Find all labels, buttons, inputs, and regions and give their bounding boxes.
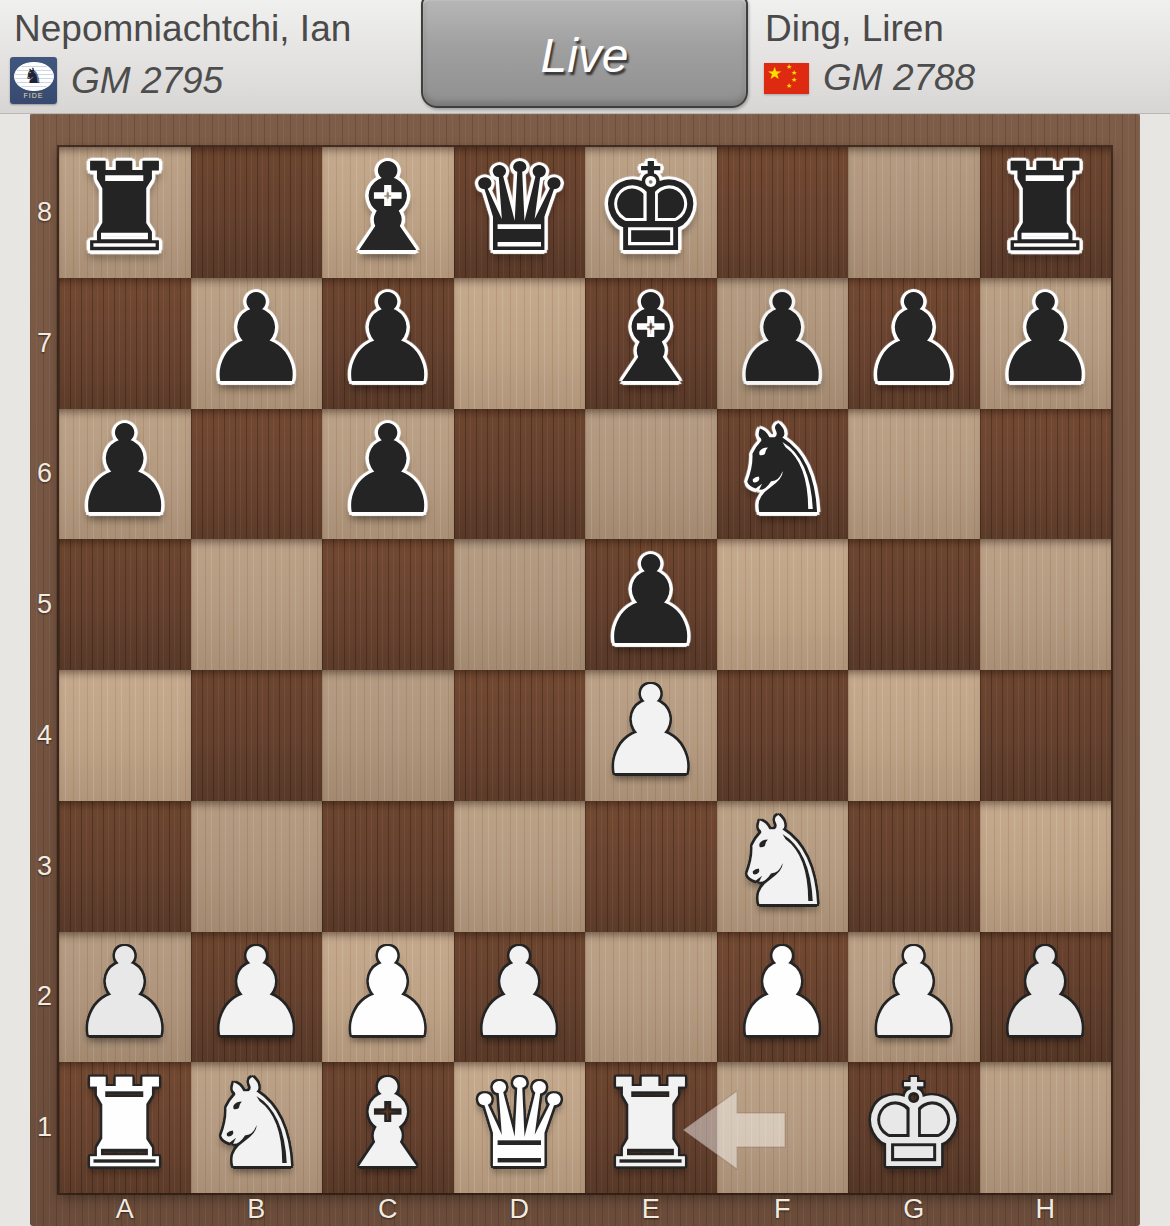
piece-black-rook[interactable]: ♜ [70, 147, 179, 269]
square-e6[interactable] [585, 409, 717, 540]
square-f2[interactable]: ♟ [717, 932, 849, 1063]
rank-label-2: 2 [30, 932, 59, 1063]
square-d1[interactable]: ♛ [454, 1062, 586, 1193]
player-black-name: Ding, Liren [765, 8, 944, 50]
fide-logo-icon: ♞ FIDE [10, 57, 57, 104]
square-a8[interactable]: ♜ [59, 147, 191, 278]
square-h4[interactable] [980, 670, 1112, 801]
square-e1[interactable]: ♜ [585, 1062, 717, 1193]
square-a7[interactable] [59, 278, 191, 409]
square-h5[interactable] [980, 539, 1112, 670]
square-c3[interactable] [322, 801, 454, 932]
square-d2[interactable]: ♟ [454, 932, 586, 1063]
square-h8[interactable]: ♜ [980, 147, 1112, 278]
square-a4[interactable] [59, 670, 191, 801]
file-label-C: C [322, 1193, 454, 1226]
flag-star-icon: ★ [767, 65, 782, 82]
square-f8[interactable] [717, 147, 849, 278]
rank-label-7: 7 [30, 278, 59, 409]
live-button-label: Live [540, 22, 628, 83]
square-b2[interactable]: ♟ [191, 932, 323, 1063]
file-label-H: H [980, 1193, 1112, 1226]
piece-white-rook[interactable]: ♜ [596, 1063, 705, 1185]
square-g3[interactable] [848, 801, 980, 932]
piece-white-pawn[interactable]: ♟ [70, 932, 179, 1054]
square-d4[interactable] [454, 670, 586, 801]
board-frame: ♜♝♛♚♜♟♟♝♟♟♟♟♟♞♟♟♞♟♟♟♟♟♟♟♜♞♝♛♜♚ 87654321A… [30, 113, 1140, 1226]
piece-black-queen[interactable]: ♛ [465, 147, 574, 269]
square-g4[interactable] [848, 670, 980, 801]
piece-white-king[interactable]: ♚ [859, 1063, 968, 1185]
square-f1[interactable] [717, 1062, 849, 1193]
square-g1[interactable]: ♚ [848, 1062, 980, 1193]
chess-board[interactable]: ♜♝♛♚♜♟♟♝♟♟♟♟♟♞♟♟♞♟♟♟♟♟♟♟♜♞♝♛♜♚ [59, 147, 1111, 1193]
piece-black-pawn[interactable]: ♟ [333, 278, 442, 400]
rank-label-6: 6 [30, 409, 59, 540]
file-label-B: B [191, 1193, 323, 1226]
square-b7[interactable]: ♟ [191, 278, 323, 409]
square-b5[interactable] [191, 539, 323, 670]
piece-white-bishop[interactable]: ♝ [333, 1063, 442, 1185]
square-b6[interactable] [191, 409, 323, 540]
square-f4[interactable] [717, 670, 849, 801]
file-label-A: A [59, 1193, 191, 1226]
square-e2[interactable] [585, 932, 717, 1063]
piece-white-queen[interactable]: ♛ [465, 1063, 574, 1185]
square-g2[interactable]: ♟ [848, 932, 980, 1063]
square-c6[interactable]: ♟ [322, 409, 454, 540]
piece-black-rook[interactable]: ♜ [991, 147, 1100, 269]
square-a5[interactable] [59, 539, 191, 670]
square-e4[interactable]: ♟ [585, 670, 717, 801]
piece-black-bishop[interactable]: ♝ [333, 147, 442, 269]
square-a1[interactable]: ♜ [59, 1062, 191, 1193]
piece-white-pawn[interactable]: ♟ [333, 932, 442, 1054]
piece-black-pawn[interactable]: ♟ [991, 278, 1100, 400]
square-d3[interactable] [454, 801, 586, 932]
square-b3[interactable] [191, 801, 323, 932]
piece-black-pawn[interactable]: ♟ [70, 409, 179, 531]
rank-label-1: 1 [30, 1062, 59, 1193]
square-a6[interactable]: ♟ [59, 409, 191, 540]
square-g5[interactable] [848, 539, 980, 670]
player-black-rating: GM 2788 [823, 57, 975, 99]
square-c1[interactable]: ♝ [322, 1062, 454, 1193]
rank-label-8: 8 [30, 147, 59, 278]
square-d7[interactable] [454, 278, 586, 409]
player-white-name: Nepomniachtchi, Ian [14, 8, 351, 50]
file-label-D: D [454, 1193, 586, 1226]
square-e7[interactable]: ♝ [585, 278, 717, 409]
square-h3[interactable] [980, 801, 1112, 932]
rank-label-5: 5 [30, 539, 59, 670]
piece-black-pawn[interactable]: ♟ [333, 409, 442, 531]
square-h7[interactable]: ♟ [980, 278, 1112, 409]
square-a3[interactable] [59, 801, 191, 932]
china-flag-icon: ★ ★ ★ ★ ★ [764, 63, 809, 94]
square-d5[interactable] [454, 539, 586, 670]
piece-black-pawn[interactable]: ♟ [596, 540, 705, 662]
piece-white-pawn[interactable]: ♟ [728, 932, 837, 1054]
square-d8[interactable]: ♛ [454, 147, 586, 278]
square-f6[interactable]: ♞ [717, 409, 849, 540]
square-c7[interactable]: ♟ [322, 278, 454, 409]
file-label-G: G [848, 1193, 980, 1226]
square-f5[interactable] [717, 539, 849, 670]
piece-white-pawn[interactable]: ♟ [991, 932, 1100, 1054]
square-b8[interactable] [191, 147, 323, 278]
square-d6[interactable] [454, 409, 586, 540]
fide-knight-icon: ♞ [24, 66, 43, 87]
square-c4[interactable] [322, 670, 454, 801]
piece-white-rook[interactable]: ♜ [70, 1063, 179, 1185]
piece-black-knight[interactable]: ♞ [728, 409, 837, 531]
piece-white-pawn[interactable]: ♟ [596, 670, 705, 792]
square-g6[interactable] [848, 409, 980, 540]
piece-black-pawn[interactable]: ♟ [202, 278, 311, 400]
square-e8[interactable]: ♚ [585, 147, 717, 278]
piece-black-pawn[interactable]: ♟ [859, 278, 968, 400]
piece-white-pawn[interactable]: ♟ [465, 932, 574, 1054]
square-f7[interactable]: ♟ [717, 278, 849, 409]
piece-black-pawn[interactable]: ♟ [728, 278, 837, 400]
piece-white-pawn[interactable]: ♟ [859, 932, 968, 1054]
board-area: ♜♝♛♚♜♟♟♝♟♟♟♟♟♞♟♟♞♟♟♟♟♟♟♟♜♞♝♛♜♚ 87654321A… [0, 113, 1170, 1226]
rank-label-4: 4 [30, 670, 59, 801]
square-f3[interactable]: ♞ [717, 801, 849, 932]
square-h2[interactable]: ♟ [980, 932, 1112, 1063]
square-h1[interactable] [980, 1062, 1112, 1193]
player-white-details: ♞ FIDE GM 2795 [10, 57, 223, 104]
piece-white-knight[interactable]: ♞ [202, 1063, 311, 1185]
flag-star-icon: ★ [786, 83, 792, 90]
player-black-details: ★ ★ ★ ★ ★ GM 2788 [764, 57, 975, 99]
square-g7[interactable]: ♟ [848, 278, 980, 409]
player-white-rating: GM 2795 [71, 60, 223, 102]
square-e3[interactable] [585, 801, 717, 932]
live-button[interactable]: Live [421, 0, 748, 108]
fide-logo-text: FIDE [24, 92, 44, 99]
square-b1[interactable]: ♞ [191, 1062, 323, 1193]
square-c2[interactable]: ♟ [322, 932, 454, 1063]
rank-label-3: 3 [30, 801, 59, 932]
score-header: Nepomniachtchi, Ian ♞ FIDE GM 2795 Live … [0, 0, 1170, 114]
square-c8[interactable]: ♝ [322, 147, 454, 278]
square-c5[interactable] [322, 539, 454, 670]
square-b4[interactable] [191, 670, 323, 801]
file-label-F: F [717, 1193, 849, 1226]
square-a2[interactable]: ♟ [59, 932, 191, 1063]
piece-black-king[interactable]: ♚ [596, 147, 705, 269]
file-label-E: E [585, 1193, 717, 1226]
square-e5[interactable]: ♟ [585, 539, 717, 670]
piece-white-pawn[interactable]: ♟ [202, 932, 311, 1054]
piece-black-bishop[interactable]: ♝ [596, 278, 705, 400]
square-h6[interactable] [980, 409, 1112, 540]
square-g8[interactable] [848, 147, 980, 278]
piece-white-knight[interactable]: ♞ [728, 801, 837, 923]
fide-oval: ♞ [14, 62, 54, 91]
